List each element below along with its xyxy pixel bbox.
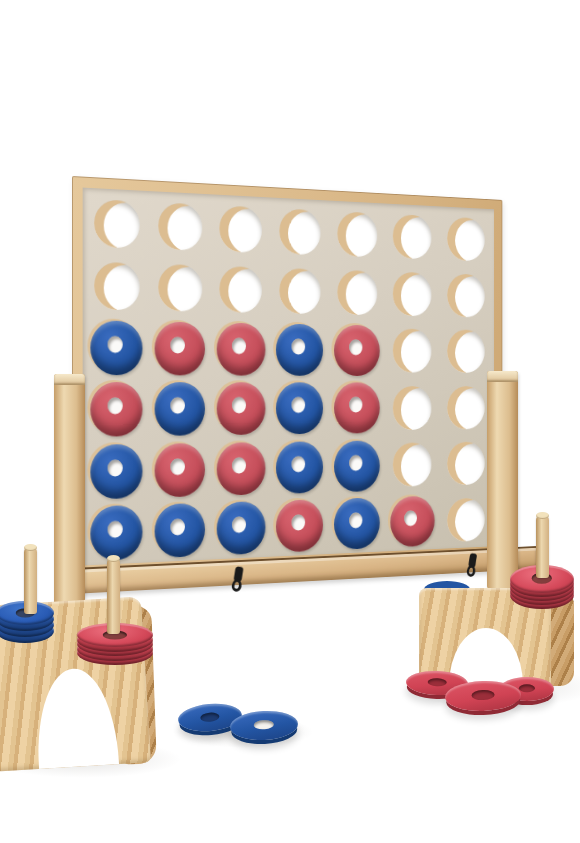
board-frame — [72, 176, 502, 572]
cell-r3-c1[interactable] — [85, 316, 149, 378]
red-disc — [334, 383, 380, 434]
cell-r3-c3[interactable] — [211, 319, 271, 379]
game-board — [72, 176, 502, 600]
cell-r3-c2[interactable] — [149, 317, 211, 378]
support-post-right — [487, 371, 518, 589]
hole — [158, 203, 202, 252]
cell-r5-c1[interactable] — [85, 440, 149, 503]
cell-r2-c4[interactable] — [271, 261, 329, 321]
cell-r2-c7[interactable] — [440, 266, 493, 323]
hole — [447, 273, 484, 317]
cell-r3-c4[interactable] — [271, 320, 329, 379]
hole — [220, 266, 263, 313]
storage-peg — [107, 557, 120, 634]
cell-r3-c6[interactable] — [385, 322, 439, 380]
blue-disc — [334, 498, 380, 551]
hole — [393, 329, 432, 373]
cell-r1-c1[interactable] — [85, 192, 149, 257]
hole — [393, 386, 432, 430]
blue-disc — [155, 382, 205, 436]
cell-r2-c3[interactable] — [211, 258, 271, 319]
red-disc — [216, 382, 265, 435]
cell-r5-c5[interactable] — [329, 437, 385, 496]
cell-r5-c6[interactable] — [385, 436, 439, 494]
hole — [447, 330, 484, 373]
red-disc — [216, 442, 265, 496]
blue-disc — [91, 505, 143, 561]
cell-r6-c4[interactable] — [271, 496, 329, 557]
cell-r1-c7[interactable] — [440, 210, 493, 268]
hole — [220, 206, 263, 254]
cell-r6-c6[interactable] — [385, 492, 439, 551]
cell-r1-c3[interactable] — [211, 198, 271, 260]
board-grid — [85, 192, 493, 566]
red-disc — [334, 324, 380, 375]
blue-disc — [276, 441, 323, 494]
hole — [447, 497, 484, 541]
blue-disc — [276, 383, 323, 435]
support-post-left — [54, 374, 85, 628]
cell-r1-c6[interactable] — [385, 207, 439, 266]
cell-r2-c6[interactable] — [385, 265, 439, 323]
red-disc — [155, 321, 205, 375]
hole — [393, 443, 432, 488]
red-disc — [216, 322, 265, 375]
cell-r1-c4[interactable] — [271, 201, 329, 262]
connect-four-scene: Connect Four — [0, 0, 580, 843]
hole — [279, 209, 320, 256]
hole — [393, 214, 432, 259]
hole — [279, 268, 320, 314]
cell-r4-c3[interactable] — [211, 379, 271, 439]
red-disc — [390, 496, 434, 548]
blue-disc — [334, 440, 380, 492]
hole — [158, 264, 202, 312]
cell-r6-c3[interactable] — [211, 497, 271, 559]
cell-r2-c5[interactable] — [329, 263, 385, 322]
latch-hook-icon[interactable] — [469, 553, 478, 567]
hole — [447, 442, 484, 486]
red-disc — [276, 499, 323, 553]
hole — [447, 386, 484, 429]
cell-r3-c7[interactable] — [440, 323, 493, 380]
blue-disc — [155, 503, 205, 558]
cell-r4-c4[interactable] — [271, 379, 329, 438]
blue-disc — [216, 501, 265, 555]
cell-r4-c6[interactable] — [385, 379, 439, 436]
board-panel — [83, 188, 494, 566]
cell-r1-c2[interactable] — [149, 195, 211, 258]
cell-r4-c1[interactable] — [85, 379, 149, 441]
cell-r5-c4[interactable] — [271, 437, 329, 497]
hole — [393, 271, 432, 316]
cell-r4-c7[interactable] — [440, 379, 493, 435]
cell-r4-c2[interactable] — [149, 379, 211, 440]
cell-r3-c5[interactable] — [329, 321, 385, 379]
cell-r6-c5[interactable] — [329, 494, 385, 554]
cell-r4-c5[interactable] — [329, 379, 385, 437]
hole — [94, 199, 139, 248]
cell-r1-c5[interactable] — [329, 204, 385, 264]
hole — [337, 211, 377, 257]
cell-r2-c2[interactable] — [149, 256, 211, 318]
hole — [447, 217, 484, 262]
cell-r6-c7[interactable] — [440, 491, 493, 549]
blue-disc — [91, 444, 143, 500]
red-disc — [91, 382, 143, 437]
hole — [94, 261, 139, 310]
red-disc — [155, 443, 205, 498]
cell-r5-c2[interactable] — [149, 439, 211, 501]
blue-disc — [276, 323, 323, 375]
cell-r2-c1[interactable] — [85, 254, 149, 318]
storage-peg — [24, 546, 37, 614]
cell-r5-c3[interactable] — [211, 438, 271, 499]
latch-hook-icon[interactable] — [233, 566, 243, 581]
storage-peg — [536, 514, 549, 578]
blue-disc — [91, 320, 143, 375]
cell-r5-c7[interactable] — [440, 435, 493, 492]
cell-r6-c2[interactable] — [149, 499, 211, 562]
hole — [337, 270, 377, 315]
